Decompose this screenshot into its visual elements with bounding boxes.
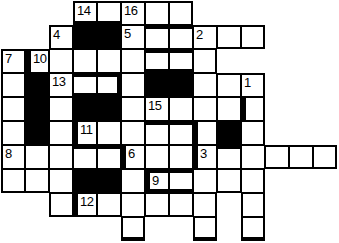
cell-r4c4 xyxy=(97,97,121,121)
cell-r7c5[interactable] xyxy=(121,169,145,193)
cell-r3c2[interactable]: 13 xyxy=(49,73,73,97)
cell-r3c12 xyxy=(289,73,313,97)
cell-r6c8[interactable]: 3 xyxy=(193,145,217,169)
cell-r9c1 xyxy=(25,217,49,241)
cell-r3c7 xyxy=(169,73,193,97)
cell-r5c4[interactable] xyxy=(97,121,121,145)
cell-r6c4[interactable] xyxy=(97,145,121,169)
cell-r4c11 xyxy=(265,97,289,121)
cell-r3c13 xyxy=(313,73,337,97)
cell-r2c1[interactable]: 10 xyxy=(25,49,49,73)
clue-number-4: 4 xyxy=(53,27,60,42)
cell-r1c4 xyxy=(97,25,121,49)
cell-r9c13 xyxy=(313,217,337,241)
cell-r2c12 xyxy=(289,49,313,73)
cell-r1c1 xyxy=(25,25,49,49)
cell-r4c9[interactable] xyxy=(217,97,241,121)
cell-r5c13 xyxy=(313,121,337,145)
clue-number-15: 15 xyxy=(148,98,161,113)
cell-r0c2 xyxy=(49,1,73,25)
cell-r4c12 xyxy=(289,97,313,121)
cell-r9c5[interactable] xyxy=(121,217,145,241)
cell-r3c1 xyxy=(25,73,49,97)
cell-r0c13 xyxy=(313,1,337,25)
cell-r8c6[interactable] xyxy=(145,193,169,217)
clue-number-2: 2 xyxy=(196,27,203,42)
cell-r3c8[interactable] xyxy=(193,73,217,97)
cell-r5c10[interactable] xyxy=(241,121,265,145)
cell-r9c9 xyxy=(217,217,241,241)
cell-r2c4[interactable] xyxy=(97,49,121,73)
cell-r4c3 xyxy=(73,97,97,121)
cell-r3c6 xyxy=(145,73,169,97)
cell-r9c4 xyxy=(97,217,121,241)
cell-r0c3[interactable]: 14 xyxy=(73,1,97,25)
cell-r7c1[interactable] xyxy=(25,169,49,193)
cell-r5c8[interactable] xyxy=(193,121,217,145)
cell-r0c1 xyxy=(25,1,49,25)
cell-r0c7[interactable] xyxy=(169,1,193,25)
clue-number-9: 9 xyxy=(152,173,159,188)
cell-r1c11 xyxy=(265,25,289,49)
cell-r8c0 xyxy=(1,193,25,217)
cell-r8c10[interactable] xyxy=(241,193,265,217)
cell-r8c4[interactable] xyxy=(97,193,121,217)
cell-r6c5[interactable]: 6 xyxy=(121,145,145,169)
clue-number-1: 1 xyxy=(244,75,251,90)
cell-r5c3[interactable]: 11 xyxy=(73,121,97,145)
cell-r5c9 xyxy=(217,121,241,145)
cell-r0c5[interactable]: 16 xyxy=(121,1,145,25)
cell-r1c8[interactable]: 2 xyxy=(193,25,217,49)
cell-r8c13 xyxy=(313,193,337,217)
cell-r4c1 xyxy=(25,97,49,121)
cell-r8c1 xyxy=(25,193,49,217)
clue-number-13: 13 xyxy=(52,74,65,89)
cell-r5c1 xyxy=(25,121,49,145)
cell-r8c7[interactable] xyxy=(169,193,193,217)
cell-r7c9[interactable] xyxy=(217,169,241,193)
clue-number-10: 10 xyxy=(33,51,46,66)
cell-r6c3[interactable] xyxy=(73,145,97,169)
cell-r1c9[interactable] xyxy=(217,25,241,49)
cell-r8c3[interactable]: 12 xyxy=(73,193,97,217)
cell-r2c9 xyxy=(217,49,241,73)
cell-r2c13 xyxy=(313,49,337,73)
cell-r6c7[interactable] xyxy=(169,145,193,169)
cell-r4c5[interactable] xyxy=(121,97,145,121)
cell-r9c11 xyxy=(265,217,289,241)
cell-r0c10 xyxy=(241,1,265,25)
cell-r6c10[interactable] xyxy=(241,145,265,169)
cell-r1c12 xyxy=(289,25,313,49)
cell-r3c4[interactable] xyxy=(97,73,121,97)
cell-r6c1[interactable] xyxy=(25,145,49,169)
cell-r2c3[interactable] xyxy=(73,49,97,73)
cell-r7c6[interactable]: 9 xyxy=(145,169,169,193)
cell-r3c3[interactable] xyxy=(73,73,97,97)
cell-r7c0[interactable] xyxy=(1,169,25,193)
clue-number-14: 14 xyxy=(77,3,90,18)
cell-r0c9 xyxy=(217,1,241,25)
cell-r4c8[interactable] xyxy=(193,97,217,121)
cell-r3c9[interactable] xyxy=(217,73,241,97)
cell-r4c10[interactable] xyxy=(241,97,265,121)
cell-r3c0[interactable] xyxy=(1,73,25,97)
clue-number-12: 12 xyxy=(80,194,93,209)
cell-r7c7[interactable] xyxy=(169,169,193,193)
crossword-grid: 14164527101311511863912 xyxy=(1,1,337,241)
cell-r9c3 xyxy=(73,217,97,241)
cell-r9c8[interactable] xyxy=(193,217,217,241)
cell-r8c8[interactable] xyxy=(193,193,217,217)
cell-r2c11 xyxy=(265,49,289,73)
cell-r3c5[interactable] xyxy=(121,73,145,97)
cell-r7c13 xyxy=(313,169,337,193)
cell-r5c12 xyxy=(289,121,313,145)
cell-r8c11 xyxy=(265,193,289,217)
cell-r9c12 xyxy=(289,217,313,241)
cell-r7c11 xyxy=(265,169,289,193)
cell-r0c6[interactable] xyxy=(145,1,169,25)
cell-r3c10[interactable]: 1 xyxy=(241,73,265,97)
cell-r4c0[interactable] xyxy=(1,97,25,121)
cell-r1c7[interactable] xyxy=(169,25,193,49)
cell-r2c10 xyxy=(241,49,265,73)
cell-r1c2[interactable]: 4 xyxy=(49,25,73,49)
cell-r0c8 xyxy=(193,1,217,25)
cell-r2c6[interactable] xyxy=(145,49,169,73)
cell-r6c6[interactable] xyxy=(145,145,169,169)
cell-r1c10[interactable] xyxy=(241,25,265,49)
cell-r8c5[interactable] xyxy=(121,193,145,217)
cell-r4c13 xyxy=(313,97,337,121)
cell-r9c7 xyxy=(169,217,193,241)
cell-r6c0[interactable]: 8 xyxy=(1,145,25,169)
cell-r5c11 xyxy=(265,121,289,145)
cell-r4c6[interactable]: 15 xyxy=(145,97,169,121)
cell-r6c12[interactable] xyxy=(289,145,313,169)
cell-r6c13[interactable] xyxy=(313,145,337,169)
cell-r7c2[interactable] xyxy=(49,169,73,193)
cell-r2c0[interactable]: 7 xyxy=(1,49,25,73)
cell-r8c12 xyxy=(289,193,313,217)
cell-r9c2 xyxy=(49,217,73,241)
cell-r4c2[interactable] xyxy=(49,97,73,121)
cell-r8c9 xyxy=(217,193,241,217)
cell-r1c3 xyxy=(73,25,97,49)
clue-number-16: 16 xyxy=(124,3,137,18)
cell-r2c2[interactable] xyxy=(49,49,73,73)
cell-r4c7[interactable] xyxy=(169,97,193,121)
cell-r2c8[interactable] xyxy=(193,49,217,73)
cell-r5c0[interactable] xyxy=(1,121,25,145)
cell-r8c2[interactable] xyxy=(49,193,73,217)
cell-r5c6[interactable] xyxy=(145,121,169,145)
clue-number-5: 5 xyxy=(124,26,131,41)
clue-number-8: 8 xyxy=(5,146,12,161)
cell-r0c0 xyxy=(1,1,25,25)
cell-r9c10[interactable] xyxy=(241,217,265,241)
clue-number-7: 7 xyxy=(5,51,12,66)
cell-r0c12 xyxy=(289,1,313,25)
cell-r7c3 xyxy=(73,169,97,193)
cell-r5c5[interactable] xyxy=(121,121,145,145)
cell-r9c0 xyxy=(1,217,25,241)
cell-r6c11[interactable] xyxy=(265,145,289,169)
cell-r0c11 xyxy=(265,1,289,25)
clue-number-6: 6 xyxy=(128,146,135,161)
cell-r1c0 xyxy=(1,25,25,49)
cell-r6c9[interactable] xyxy=(217,145,241,169)
cell-r7c12 xyxy=(289,169,313,193)
cell-r0c4[interactable] xyxy=(97,1,121,25)
cell-r5c7[interactable] xyxy=(169,121,193,145)
cell-r5c2[interactable] xyxy=(49,121,73,145)
cell-r2c5[interactable] xyxy=(121,49,145,73)
clue-number-11: 11 xyxy=(80,122,93,137)
cell-r1c6[interactable] xyxy=(145,25,169,49)
cell-r7c4 xyxy=(97,169,121,193)
cell-r7c8[interactable] xyxy=(193,169,217,193)
cell-r3c11 xyxy=(265,73,289,97)
clue-number-3: 3 xyxy=(200,146,207,161)
cell-r6c2[interactable] xyxy=(49,145,73,169)
cell-r1c13 xyxy=(313,25,337,49)
cell-r9c6 xyxy=(145,217,169,241)
cell-r1c5[interactable]: 5 xyxy=(121,25,145,49)
cell-r7c10[interactable] xyxy=(241,169,265,193)
cell-r2c7[interactable] xyxy=(169,49,193,73)
